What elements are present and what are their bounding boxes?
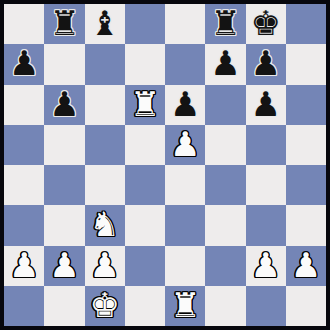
- square-a1[interactable]: [4, 286, 44, 326]
- white-pawn[interactable]: ♟: [250, 248, 280, 282]
- square-e4[interactable]: [165, 165, 205, 205]
- square-d1[interactable]: [125, 286, 165, 326]
- square-a5[interactable]: [4, 125, 44, 165]
- black-rook[interactable]: ♜: [49, 6, 79, 40]
- square-d8[interactable]: [125, 4, 165, 44]
- square-b6[interactable]: ♟: [44, 85, 84, 125]
- square-h8[interactable]: [286, 4, 326, 44]
- black-pawn[interactable]: ♟: [210, 46, 240, 80]
- white-pawn[interactable]: ♟: [291, 248, 321, 282]
- square-a7[interactable]: ♟: [4, 44, 44, 84]
- square-d4[interactable]: [125, 165, 165, 205]
- white-rook[interactable]: ♜: [170, 288, 200, 322]
- square-e2[interactable]: [165, 246, 205, 286]
- square-c7[interactable]: [85, 44, 125, 84]
- white-rook[interactable]: ♜: [130, 87, 160, 121]
- white-pawn[interactable]: ♟: [170, 127, 200, 161]
- square-f5[interactable]: [205, 125, 245, 165]
- square-a8[interactable]: [4, 4, 44, 44]
- square-b8[interactable]: ♜: [44, 4, 84, 44]
- square-g2[interactable]: ♟: [246, 246, 286, 286]
- square-c1[interactable]: ♚: [85, 286, 125, 326]
- square-d5[interactable]: [125, 125, 165, 165]
- square-a4[interactable]: [4, 165, 44, 205]
- square-c5[interactable]: [85, 125, 125, 165]
- square-a3[interactable]: [4, 205, 44, 245]
- square-d7[interactable]: [125, 44, 165, 84]
- square-h5[interactable]: [286, 125, 326, 165]
- chess-board: ♜♝♜♚♟♟♟♟♜♟♟♟♞♟♟♟♟♟♚♜: [4, 4, 326, 326]
- white-pawn[interactable]: ♟: [89, 248, 119, 282]
- white-king[interactable]: ♚: [89, 288, 119, 322]
- square-a6[interactable]: [4, 85, 44, 125]
- square-e5[interactable]: ♟: [165, 125, 205, 165]
- white-pawn[interactable]: ♟: [49, 248, 79, 282]
- square-h7[interactable]: [286, 44, 326, 84]
- white-pawn[interactable]: ♟: [9, 248, 39, 282]
- white-knight[interactable]: ♞: [89, 207, 119, 241]
- square-e1[interactable]: ♜: [165, 286, 205, 326]
- square-e3[interactable]: [165, 205, 205, 245]
- black-pawn[interactable]: ♟: [250, 46, 280, 80]
- square-b5[interactable]: [44, 125, 84, 165]
- black-bishop[interactable]: ♝: [89, 6, 119, 40]
- square-g8[interactable]: ♚: [246, 4, 286, 44]
- square-e6[interactable]: ♟: [165, 85, 205, 125]
- black-king[interactable]: ♚: [250, 6, 280, 40]
- square-f2[interactable]: [205, 246, 245, 286]
- square-b3[interactable]: [44, 205, 84, 245]
- square-c3[interactable]: ♞: [85, 205, 125, 245]
- black-pawn[interactable]: ♟: [250, 87, 280, 121]
- square-g4[interactable]: [246, 165, 286, 205]
- square-d3[interactable]: [125, 205, 165, 245]
- square-g5[interactable]: [246, 125, 286, 165]
- square-f4[interactable]: [205, 165, 245, 205]
- square-c8[interactable]: ♝: [85, 4, 125, 44]
- square-f7[interactable]: ♟: [205, 44, 245, 84]
- square-g3[interactable]: [246, 205, 286, 245]
- square-c6[interactable]: [85, 85, 125, 125]
- chess-board-frame: ♜♝♜♚♟♟♟♟♜♟♟♟♞♟♟♟♟♟♚♜: [0, 0, 330, 330]
- black-pawn[interactable]: ♟: [170, 87, 200, 121]
- square-g6[interactable]: ♟: [246, 85, 286, 125]
- black-pawn[interactable]: ♟: [9, 46, 39, 80]
- square-d2[interactable]: [125, 246, 165, 286]
- square-c2[interactable]: ♟: [85, 246, 125, 286]
- square-h1[interactable]: [286, 286, 326, 326]
- square-h3[interactable]: [286, 205, 326, 245]
- square-b2[interactable]: ♟: [44, 246, 84, 286]
- square-b4[interactable]: [44, 165, 84, 205]
- square-d6[interactable]: ♜: [125, 85, 165, 125]
- square-b1[interactable]: [44, 286, 84, 326]
- black-rook[interactable]: ♜: [210, 6, 240, 40]
- square-f1[interactable]: [205, 286, 245, 326]
- square-g7[interactable]: ♟: [246, 44, 286, 84]
- square-g1[interactable]: [246, 286, 286, 326]
- square-h6[interactable]: [286, 85, 326, 125]
- square-e8[interactable]: [165, 4, 205, 44]
- square-a2[interactable]: ♟: [4, 246, 44, 286]
- square-b7[interactable]: [44, 44, 84, 84]
- square-f3[interactable]: [205, 205, 245, 245]
- black-pawn[interactable]: ♟: [49, 87, 79, 121]
- square-h2[interactable]: ♟: [286, 246, 326, 286]
- square-c4[interactable]: [85, 165, 125, 205]
- square-f8[interactable]: ♜: [205, 4, 245, 44]
- square-f6[interactable]: [205, 85, 245, 125]
- square-h4[interactable]: [286, 165, 326, 205]
- square-e7[interactable]: [165, 44, 205, 84]
